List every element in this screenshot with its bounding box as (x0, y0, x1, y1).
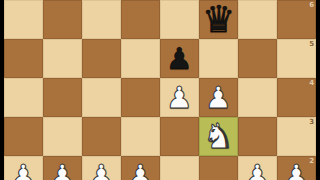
square-d3[interactable] (121, 117, 160, 156)
square-d2[interactable]: ♟ (121, 156, 160, 180)
square-e2[interactable] (160, 156, 199, 180)
square-g4[interactable] (238, 78, 277, 117)
white-pawn-a2[interactable]: ♟ (4, 156, 43, 180)
square-f3[interactable]: ♞ (199, 117, 238, 156)
black-pawn-e5[interactable]: ♟ (160, 39, 199, 78)
square-h6[interactable]: 6 (277, 0, 316, 39)
black-queen-f6[interactable]: ♛ (199, 0, 238, 39)
square-e3[interactable] (160, 117, 199, 156)
square-f2[interactable] (199, 156, 238, 180)
square-d6[interactable] (121, 0, 160, 39)
square-h2[interactable]: ♟2 (277, 156, 316, 180)
square-f6[interactable]: ♛ (199, 0, 238, 39)
square-b6[interactable] (43, 0, 82, 39)
chess-app-window: ♛6♟5♟♟4♞3♟♟♟♟♟♟2 (0, 0, 320, 180)
square-c2[interactable]: ♟ (82, 156, 121, 180)
rank-label-4: 4 (309, 79, 314, 87)
square-a2[interactable]: ♟ (4, 156, 43, 180)
square-a5[interactable] (4, 39, 43, 78)
square-f5[interactable] (199, 39, 238, 78)
square-b4[interactable] (43, 78, 82, 117)
square-c3[interactable] (82, 117, 121, 156)
square-f4[interactable]: ♟ (199, 78, 238, 117)
square-b2[interactable]: ♟ (43, 156, 82, 180)
square-d5[interactable] (121, 39, 160, 78)
white-pawn-e4[interactable]: ♟ (160, 78, 199, 117)
square-g5[interactable] (238, 39, 277, 78)
square-a4[interactable] (4, 78, 43, 117)
white-pawn-c2[interactable]: ♟ (82, 156, 121, 180)
square-a3[interactable] (4, 117, 43, 156)
square-h4[interactable]: 4 (277, 78, 316, 117)
square-e5[interactable]: ♟ (160, 39, 199, 78)
rank-label-6: 6 (309, 1, 314, 9)
rank-label-2: 2 (309, 157, 314, 165)
square-d4[interactable] (121, 78, 160, 117)
square-a6[interactable] (4, 0, 43, 39)
white-pawn-f4[interactable]: ♟ (199, 78, 238, 117)
square-c6[interactable] (82, 0, 121, 39)
square-h5[interactable]: 5 (277, 39, 316, 78)
white-pawn-d2[interactable]: ♟ (121, 156, 160, 180)
rank-label-5: 5 (309, 40, 314, 48)
white-pawn-g2[interactable]: ♟ (238, 156, 277, 180)
square-c5[interactable] (82, 39, 121, 78)
square-g6[interactable] (238, 0, 277, 39)
square-g2[interactable]: ♟ (238, 156, 277, 180)
square-c4[interactable] (82, 78, 121, 117)
chess-board: ♛6♟5♟♟4♞3♟♟♟♟♟♟2 (4, 0, 316, 180)
square-g3[interactable] (238, 117, 277, 156)
white-pawn-b2[interactable]: ♟ (43, 156, 82, 180)
square-e6[interactable] (160, 0, 199, 39)
white-knight-f3[interactable]: ♞ (199, 117, 238, 156)
square-h3[interactable]: 3 (277, 117, 316, 156)
rank-label-3: 3 (309, 118, 314, 126)
square-b3[interactable] (43, 117, 82, 156)
square-b5[interactable] (43, 39, 82, 78)
square-e4[interactable]: ♟ (160, 78, 199, 117)
